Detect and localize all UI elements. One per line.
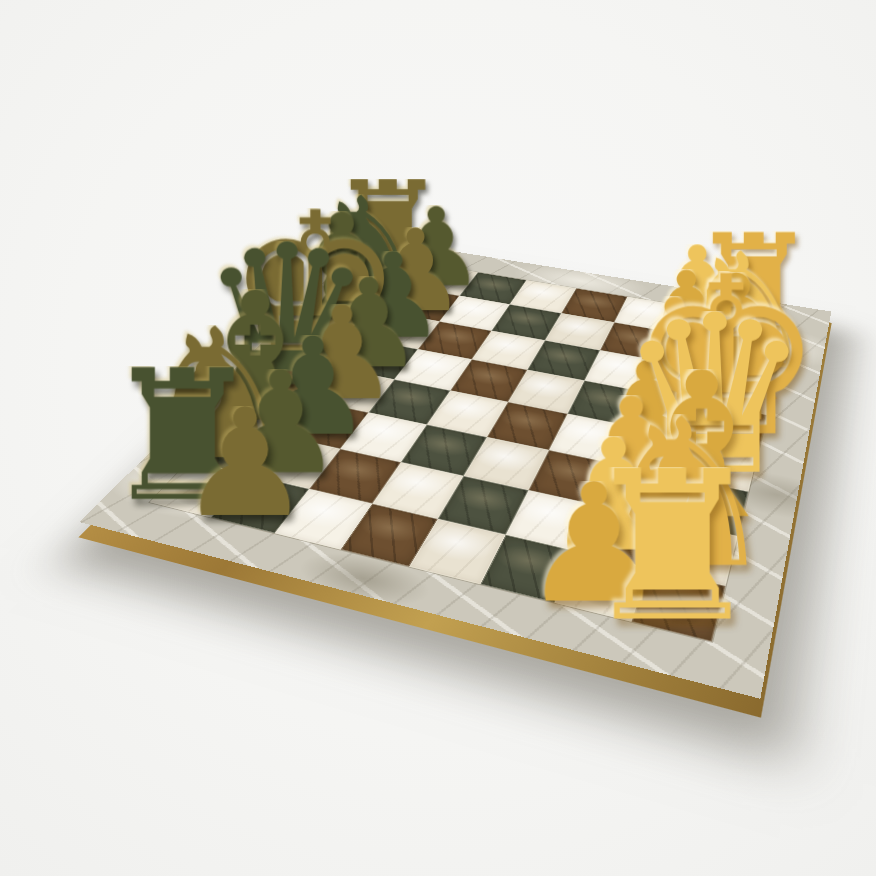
square-h7[interactable]: ♟ bbox=[411, 264, 478, 295]
green-pawn[interactable]: ♟ bbox=[388, 205, 485, 290]
square-e6[interactable] bbox=[394, 349, 471, 390]
square-d5[interactable] bbox=[427, 391, 508, 438]
chess-board: ♜♟♟♜♞♟♟♞♝♟♟♝♚♟♟♚♛♟♟♛♝♟♟♝♞♟♟♞♜♟♟♜ bbox=[79, 238, 831, 699]
piece-shadow bbox=[391, 291, 457, 322]
scene: ♜♟♟♜♞♟♟♞♝♟♟♝♚♟♟♚♛♟♟♛♝♟♟♝♞♟♟♞♜♟♟♜ bbox=[0, 0, 876, 876]
square-f6[interactable] bbox=[418, 321, 492, 359]
square-g6[interactable] bbox=[440, 296, 510, 331]
square-e5[interactable] bbox=[450, 359, 527, 402]
square-h5[interactable] bbox=[510, 280, 577, 313]
board-grid: ♜♟♟♜♞♟♟♞♝♟♟♝♚♟♟♚♛♟♟♛♝♟♟♝♞♟♟♞♜♟♟♜ bbox=[150, 257, 790, 642]
square-h6[interactable] bbox=[459, 272, 526, 304]
piece-shadow bbox=[413, 267, 476, 295]
product-photo: ♜♟♟♜♞♟♟♞♝♟♟♝♚♟♟♚♛♟♟♛♝♟♟♝♞♟♟♞♜♟♟♜ bbox=[0, 0, 876, 876]
green-pawn[interactable]: ♟ bbox=[178, 406, 312, 522]
yellow-rook[interactable]: ♜ bbox=[580, 467, 765, 628]
square-a1[interactable]: ♜ bbox=[632, 568, 726, 642]
square-f5[interactable] bbox=[472, 331, 545, 370]
green-rook[interactable]: ♜ bbox=[329, 179, 448, 282]
square-g5[interactable] bbox=[492, 304, 562, 340]
